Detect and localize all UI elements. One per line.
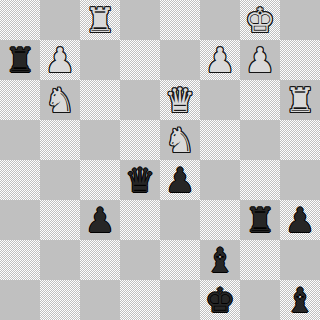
square-g3[interactable]: ♜: [240, 200, 280, 240]
square-h1[interactable]: ♝: [280, 280, 320, 320]
square-c1[interactable]: [80, 280, 120, 320]
square-e2[interactable]: [160, 240, 200, 280]
piece-black-bishop: ♝: [205, 240, 235, 280]
square-c7[interactable]: [80, 40, 120, 80]
square-g5[interactable]: [240, 120, 280, 160]
piece-black-pawn: ♟: [285, 200, 315, 240]
square-f4[interactable]: [200, 160, 240, 200]
square-e5[interactable]: ♞: [160, 120, 200, 160]
piece-white-knight: ♞: [165, 120, 195, 160]
square-h3[interactable]: ♟: [280, 200, 320, 240]
square-d6[interactable]: [120, 80, 160, 120]
square-h5[interactable]: [280, 120, 320, 160]
square-b7[interactable]: ♟: [40, 40, 80, 80]
square-d7[interactable]: [120, 40, 160, 80]
square-h4[interactable]: [280, 160, 320, 200]
square-f6[interactable]: [200, 80, 240, 120]
piece-black-king: ♚: [205, 280, 235, 320]
square-f3[interactable]: [200, 200, 240, 240]
square-b6[interactable]: ♞: [40, 80, 80, 120]
square-g4[interactable]: [240, 160, 280, 200]
square-b4[interactable]: [40, 160, 80, 200]
piece-black-pawn: ♟: [85, 200, 115, 240]
piece-white-pawn: ♟: [245, 40, 275, 80]
square-a4[interactable]: [0, 160, 40, 200]
chess-board: ♜♚♜♟♟♟♞♛♜♞♛♟♟♜♟♝♚♝: [0, 0, 320, 320]
square-c4[interactable]: [80, 160, 120, 200]
square-g7[interactable]: ♟: [240, 40, 280, 80]
square-b8[interactable]: [40, 0, 80, 40]
square-c8[interactable]: ♜: [80, 0, 120, 40]
piece-white-rook: ♜: [285, 80, 315, 120]
square-a8[interactable]: [0, 0, 40, 40]
piece-black-pawn: ♟: [165, 160, 195, 200]
square-a3[interactable]: [0, 200, 40, 240]
square-b3[interactable]: [40, 200, 80, 240]
square-a5[interactable]: [0, 120, 40, 160]
piece-white-rook: ♜: [85, 0, 115, 40]
square-f7[interactable]: ♟: [200, 40, 240, 80]
square-f2[interactable]: ♝: [200, 240, 240, 280]
square-a6[interactable]: [0, 80, 40, 120]
square-d5[interactable]: [120, 120, 160, 160]
square-e8[interactable]: [160, 0, 200, 40]
piece-white-queen: ♛: [165, 80, 195, 120]
square-e7[interactable]: [160, 40, 200, 80]
square-b5[interactable]: [40, 120, 80, 160]
piece-white-pawn: ♟: [45, 40, 75, 80]
square-d2[interactable]: [120, 240, 160, 280]
square-e1[interactable]: [160, 280, 200, 320]
square-e4[interactable]: ♟: [160, 160, 200, 200]
square-g1[interactable]: [240, 280, 280, 320]
square-g2[interactable]: [240, 240, 280, 280]
piece-black-queen: ♛: [125, 160, 155, 200]
square-c2[interactable]: [80, 240, 120, 280]
square-f1[interactable]: ♚: [200, 280, 240, 320]
square-f5[interactable]: [200, 120, 240, 160]
square-g8[interactable]: ♚: [240, 0, 280, 40]
square-a7[interactable]: ♜: [0, 40, 40, 80]
square-b1[interactable]: [40, 280, 80, 320]
square-a1[interactable]: [0, 280, 40, 320]
square-d8[interactable]: [120, 0, 160, 40]
square-h7[interactable]: [280, 40, 320, 80]
square-e3[interactable]: [160, 200, 200, 240]
piece-white-king: ♚: [245, 0, 275, 40]
square-c3[interactable]: ♟: [80, 200, 120, 240]
square-f8[interactable]: [200, 0, 240, 40]
square-c6[interactable]: [80, 80, 120, 120]
square-d4[interactable]: ♛: [120, 160, 160, 200]
piece-black-rook: ♜: [245, 200, 275, 240]
piece-black-bishop: ♝: [285, 280, 315, 320]
square-g6[interactable]: [240, 80, 280, 120]
square-h8[interactable]: [280, 0, 320, 40]
square-d3[interactable]: [120, 200, 160, 240]
piece-white-pawn: ♟: [205, 40, 235, 80]
square-a2[interactable]: [0, 240, 40, 280]
piece-white-knight: ♞: [45, 80, 75, 120]
square-b2[interactable]: [40, 240, 80, 280]
square-d1[interactable]: [120, 280, 160, 320]
piece-black-rook: ♜: [5, 40, 35, 80]
square-e6[interactable]: ♛: [160, 80, 200, 120]
square-h2[interactable]: [280, 240, 320, 280]
square-h6[interactable]: ♜: [280, 80, 320, 120]
square-c5[interactable]: [80, 120, 120, 160]
